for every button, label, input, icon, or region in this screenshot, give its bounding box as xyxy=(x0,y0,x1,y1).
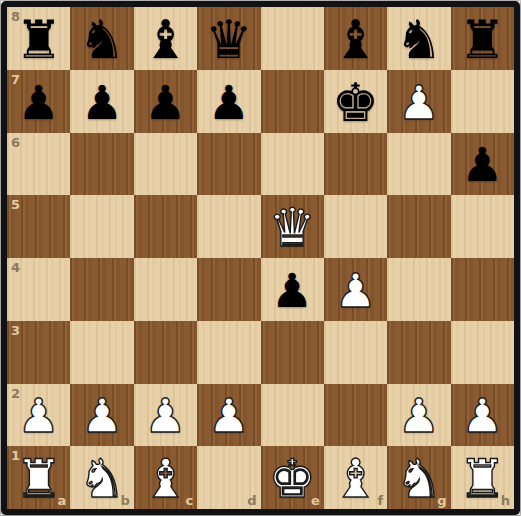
square-a6[interactable]: 6 xyxy=(7,133,70,196)
square-a5[interactable]: 5 xyxy=(7,195,70,258)
square-c6[interactable] xyxy=(134,133,197,196)
square-b3[interactable] xyxy=(70,321,133,384)
black-pawn[interactable]: ♟ xyxy=(18,79,60,126)
square-e7[interactable] xyxy=(261,70,324,133)
square-g2[interactable]: ♟ xyxy=(387,384,450,447)
black-king[interactable]: ♚ xyxy=(332,76,380,129)
square-d1[interactable]: d xyxy=(197,446,260,509)
square-b5[interactable] xyxy=(70,195,133,258)
square-f6[interactable] xyxy=(324,133,387,196)
black-pawn[interactable]: ♟ xyxy=(81,79,123,126)
white-pawn[interactable]: ♟ xyxy=(334,267,376,314)
square-d7[interactable]: ♟ xyxy=(197,70,260,133)
square-b2[interactable]: ♟ xyxy=(70,384,133,447)
square-g6[interactable] xyxy=(387,133,450,196)
square-f4[interactable]: ♟ xyxy=(324,258,387,321)
white-pawn[interactable]: ♟ xyxy=(461,392,503,439)
square-b7[interactable]: ♟ xyxy=(70,70,133,133)
square-f5[interactable] xyxy=(324,195,387,258)
square-g3[interactable] xyxy=(387,321,450,384)
square-b6[interactable] xyxy=(70,133,133,196)
white-pawn[interactable]: ♟ xyxy=(18,392,60,439)
black-pawn[interactable]: ♟ xyxy=(461,141,503,188)
square-e6[interactable] xyxy=(261,133,324,196)
square-g5[interactable] xyxy=(387,195,450,258)
square-h6[interactable]: ♟ xyxy=(451,133,514,196)
black-rook[interactable]: ♜ xyxy=(459,13,507,66)
square-c8[interactable]: ♝ xyxy=(134,7,197,70)
square-h1[interactable]: h♜ xyxy=(451,446,514,509)
square-d6[interactable] xyxy=(197,133,260,196)
black-knight[interactable]: ♞ xyxy=(395,13,443,66)
square-f1[interactable]: f♝ xyxy=(324,446,387,509)
square-f7[interactable]: ♚ xyxy=(324,70,387,133)
black-bishop[interactable]: ♝ xyxy=(142,13,190,66)
white-queen[interactable]: ♛ xyxy=(268,201,316,254)
square-a1[interactable]: 1a♜ xyxy=(7,446,70,509)
square-d3[interactable] xyxy=(197,321,260,384)
black-pawn[interactable]: ♟ xyxy=(144,79,186,126)
white-pawn[interactable]: ♟ xyxy=(81,392,123,439)
black-knight[interactable]: ♞ xyxy=(78,13,126,66)
file-label-d: d xyxy=(247,494,256,507)
square-d5[interactable] xyxy=(197,195,260,258)
white-pawn[interactable]: ♟ xyxy=(398,392,440,439)
rank-label-6: 6 xyxy=(11,136,20,149)
square-h7[interactable] xyxy=(451,70,514,133)
square-e5[interactable]: ♛ xyxy=(261,195,324,258)
square-e4[interactable]: ♟ xyxy=(261,258,324,321)
square-e3[interactable] xyxy=(261,321,324,384)
rank-label-5: 5 xyxy=(11,198,20,211)
square-g8[interactable]: ♞ xyxy=(387,7,450,70)
white-knight[interactable]: ♞ xyxy=(395,452,443,505)
square-c3[interactable] xyxy=(134,321,197,384)
square-f8[interactable]: ♝ xyxy=(324,7,387,70)
black-rook[interactable]: ♜ xyxy=(15,13,63,66)
square-b4[interactable] xyxy=(70,258,133,321)
white-rook[interactable]: ♜ xyxy=(459,452,507,505)
square-h8[interactable]: ♜ xyxy=(451,7,514,70)
chess-board-frame: 8♜♞♝♛♝♞♜7♟♟♟♟♚♟6♟5♛4♟♟32♟♟♟♟♟♟1a♜b♞c♝de♚… xyxy=(1,1,520,515)
square-g7[interactable]: ♟ xyxy=(387,70,450,133)
square-a8[interactable]: 8♜ xyxy=(7,7,70,70)
square-a2[interactable]: 2♟ xyxy=(7,384,70,447)
square-a4[interactable]: 4 xyxy=(7,258,70,321)
square-f3[interactable] xyxy=(324,321,387,384)
square-h3[interactable] xyxy=(451,321,514,384)
square-g1[interactable]: g♞ xyxy=(387,446,450,509)
square-b1[interactable]: b♞ xyxy=(70,446,133,509)
chess-board: 8♜♞♝♛♝♞♜7♟♟♟♟♚♟6♟5♛4♟♟32♟♟♟♟♟♟1a♜b♞c♝de♚… xyxy=(7,7,514,509)
black-pawn[interactable]: ♟ xyxy=(271,267,313,314)
white-pawn[interactable]: ♟ xyxy=(398,79,440,126)
square-e8[interactable] xyxy=(261,7,324,70)
square-b8[interactable]: ♞ xyxy=(70,7,133,70)
black-queen[interactable]: ♛ xyxy=(205,13,253,66)
square-e2[interactable] xyxy=(261,384,324,447)
white-knight[interactable]: ♞ xyxy=(78,452,126,505)
rank-label-3: 3 xyxy=(11,324,20,337)
square-a3[interactable]: 3 xyxy=(7,321,70,384)
square-h2[interactable]: ♟ xyxy=(451,384,514,447)
square-c7[interactable]: ♟ xyxy=(134,70,197,133)
square-e1[interactable]: e♚ xyxy=(261,446,324,509)
white-pawn[interactable]: ♟ xyxy=(144,392,186,439)
square-a7[interactable]: 7♟ xyxy=(7,70,70,133)
square-c1[interactable]: c♝ xyxy=(134,446,197,509)
white-rook[interactable]: ♜ xyxy=(15,452,63,505)
black-bishop[interactable]: ♝ xyxy=(332,13,380,66)
square-g4[interactable] xyxy=(387,258,450,321)
square-c2[interactable]: ♟ xyxy=(134,384,197,447)
square-c5[interactable] xyxy=(134,195,197,258)
square-d2[interactable]: ♟ xyxy=(197,384,260,447)
rank-label-4: 4 xyxy=(11,261,20,274)
square-h4[interactable] xyxy=(451,258,514,321)
white-bishop[interactable]: ♝ xyxy=(142,452,190,505)
square-c4[interactable] xyxy=(134,258,197,321)
white-bishop[interactable]: ♝ xyxy=(332,452,380,505)
square-d8[interactable]: ♛ xyxy=(197,7,260,70)
white-pawn[interactable]: ♟ xyxy=(208,392,250,439)
white-king[interactable]: ♚ xyxy=(268,452,316,505)
square-h5[interactable] xyxy=(451,195,514,258)
square-f2[interactable] xyxy=(324,384,387,447)
black-pawn[interactable]: ♟ xyxy=(208,79,250,126)
square-d4[interactable] xyxy=(197,258,260,321)
